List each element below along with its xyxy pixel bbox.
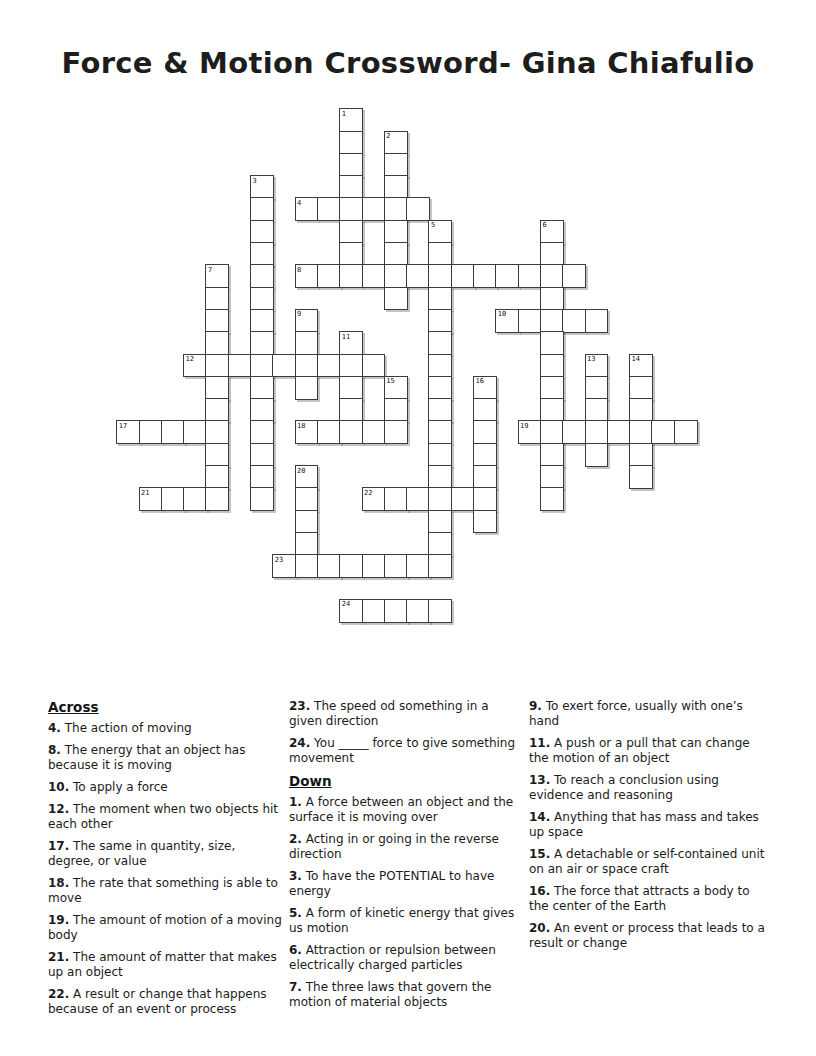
clue-item-number: 11. (529, 736, 550, 750)
grid-cell[interactable] (339, 554, 363, 578)
grid-cell[interactable] (384, 287, 408, 311)
clue-item-number: 10. (48, 780, 69, 794)
clue-item: 18. The rate that something is able to m… (48, 876, 282, 906)
cell-number: 13 (587, 355, 595, 363)
grid-cell[interactable] (540, 264, 564, 288)
grid-cell[interactable] (428, 510, 452, 534)
grid-cell[interactable] (473, 510, 497, 534)
grid-cell[interactable] (295, 354, 319, 378)
grid-cell[interactable] (228, 354, 252, 378)
grid-cell[interactable] (317, 197, 341, 221)
grid-cell[interactable]: 18 (295, 420, 319, 444)
clue-item: 12. The moment when two objects hit each… (48, 802, 282, 832)
grid-cell[interactable]: 15 (384, 376, 408, 400)
grid-cell[interactable] (250, 398, 274, 422)
clue-item-number: 5. (289, 906, 302, 920)
grid-cell[interactable] (562, 420, 586, 444)
grid-cell[interactable] (384, 175, 408, 199)
grid-cell[interactable]: 7 (205, 264, 229, 288)
grid-cell[interactable] (339, 242, 363, 266)
grid-cell[interactable] (384, 554, 408, 578)
grid-cell[interactable] (473, 420, 497, 444)
cell-number: 8 (297, 266, 301, 274)
clue-item-number: 4. (48, 721, 61, 735)
clue-item: 23. The speed od something in a given di… (289, 699, 523, 729)
grid-cell[interactable] (540, 242, 564, 266)
clue-item-number: 23. (289, 699, 310, 713)
grid-cell[interactable]: 3 (250, 175, 274, 199)
grid-cell[interactable] (651, 420, 675, 444)
clue-item-number: 8. (48, 743, 61, 757)
cell-number: 5 (431, 221, 435, 229)
grid-cell[interactable] (428, 554, 452, 578)
grid-cell[interactable] (562, 264, 586, 288)
grid-cell[interactable] (384, 220, 408, 244)
grid-cell[interactable] (384, 398, 408, 422)
grid-cell[interactable]: 16 (473, 376, 497, 400)
cell-number: 15 (386, 377, 394, 385)
grid-cell[interactable] (428, 354, 452, 378)
clue-item-number: 17. (48, 839, 69, 853)
grid-cell[interactable] (250, 264, 274, 288)
grid-cell[interactable] (540, 487, 564, 511)
grid-cell[interactable]: 24 (339, 599, 363, 623)
grid-cell[interactable] (473, 398, 497, 422)
cell-number: 24 (342, 600, 350, 608)
grid-cell[interactable] (428, 443, 452, 467)
cell-number: 7 (208, 266, 212, 274)
grid-cell[interactable]: 11 (339, 331, 363, 355)
grid-cell[interactable] (339, 153, 363, 177)
grid-cell[interactable] (406, 197, 430, 221)
grid-cell[interactable] (451, 487, 475, 511)
clue-item-number: 3. (289, 869, 302, 883)
clue-item-number: 21. (48, 950, 69, 964)
grid-cell[interactable] (205, 287, 229, 311)
grid-cell[interactable] (362, 420, 386, 444)
clue-item: 4. The action of moving (48, 721, 282, 736)
grid-cell[interactable]: 2 (384, 131, 408, 155)
cell-number: 2 (386, 132, 390, 140)
clue-item-number: 14. (529, 810, 550, 824)
grid-cell[interactable] (406, 599, 430, 623)
grid-cell[interactable]: 10 (495, 309, 519, 333)
grid-cell[interactable] (339, 264, 363, 288)
grid-cell[interactable] (384, 420, 408, 444)
grid-cell[interactable]: 21 (139, 487, 163, 511)
grid-cell[interactable] (451, 264, 475, 288)
grid-cell[interactable] (295, 554, 319, 578)
grid-cell[interactable] (384, 197, 408, 221)
clues-column-down: 9. To exert force, usually with one’s ha… (529, 699, 773, 958)
grid-cell[interactable]: 9 (295, 309, 319, 333)
grid-cell[interactable] (428, 420, 452, 444)
clues-column-across: Across4. The action of moving8. The ener… (48, 699, 282, 1024)
grid-cell[interactable] (540, 465, 564, 489)
cell-number: 14 (632, 355, 640, 363)
clue-item: 8. The energy that an object has because… (48, 743, 282, 773)
grid-cell[interactable] (518, 309, 542, 333)
cell-number: 21 (141, 489, 149, 497)
grid-cell[interactable] (250, 242, 274, 266)
grid-cell[interactable] (161, 420, 185, 444)
grid-cell[interactable] (540, 376, 564, 400)
grid-cell[interactable] (629, 443, 653, 467)
grid-cell[interactable] (295, 510, 319, 534)
clue-item: 2. Acting in or going in the reverse dir… (289, 832, 523, 862)
grid-cell[interactable] (205, 465, 229, 489)
grid-cell[interactable] (428, 376, 452, 400)
grid-cell[interactable] (205, 398, 229, 422)
grid-cell[interactable] (205, 420, 229, 444)
grid-cell[interactable] (384, 153, 408, 177)
grid-cell[interactable] (384, 242, 408, 266)
grid-cell[interactable] (384, 487, 408, 511)
grid-cell[interactable] (362, 354, 386, 378)
grid-cell[interactable] (183, 487, 207, 511)
clue-item: 22. A result or change that happens beca… (48, 987, 282, 1017)
grid-cell[interactable] (428, 487, 452, 511)
grid-cell[interactable] (250, 443, 274, 467)
grid-cell[interactable] (205, 443, 229, 467)
clue-item: 15. A detachable or self-contained unit … (529, 847, 773, 877)
grid-cell[interactable] (317, 554, 341, 578)
grid-cell[interactable] (250, 465, 274, 489)
clue-item-number: 9. (529, 699, 542, 713)
clue-item: 19. The amount of motion of a moving bod… (48, 913, 282, 943)
grid-cell[interactable] (585, 420, 609, 444)
clue-item-number: 13. (529, 773, 550, 787)
clue-item: 20. An event or process that leads to a … (529, 921, 773, 951)
clue-item-number: 24. (289, 736, 310, 750)
cell-number: 10 (498, 310, 506, 318)
grid-cell[interactable] (339, 420, 363, 444)
clue-item: 5. A form of kinetic energy that gives u… (289, 906, 523, 936)
grid-cell[interactable] (540, 354, 564, 378)
grid-cell[interactable] (339, 354, 363, 378)
clue-item: 6. Attraction or repulsion between elect… (289, 943, 523, 973)
grid-cell[interactable] (250, 220, 274, 244)
grid-cell[interactable] (250, 376, 274, 400)
grid-cell[interactable] (607, 420, 631, 444)
grid-cell[interactable] (295, 487, 319, 511)
cell-number: 23 (275, 556, 283, 564)
cell-number: 4 (297, 199, 301, 207)
clue-item-number: 2. (289, 832, 302, 846)
clue-item-number: 18. (48, 876, 69, 890)
grid-cell[interactable] (585, 398, 609, 422)
grid-cell[interactable] (540, 331, 564, 355)
grid-cell[interactable] (674, 420, 698, 444)
cell-number: 1 (342, 110, 346, 118)
grid-cell[interactable] (250, 309, 274, 333)
grid-cell[interactable] (473, 465, 497, 489)
grid-cell[interactable] (362, 554, 386, 578)
grid-cell[interactable] (183, 420, 207, 444)
grid-cell[interactable] (339, 398, 363, 422)
grid-cell[interactable] (362, 264, 386, 288)
grid-cell[interactable] (629, 420, 653, 444)
grid-cell[interactable] (585, 309, 609, 333)
clue-item: 13. To reach a conclusion using evidence… (529, 773, 773, 803)
grid-cell[interactable] (428, 599, 452, 623)
clue-item-number: 20. (529, 921, 550, 935)
grid-cell[interactable] (250, 354, 274, 378)
grid-cell[interactable] (295, 331, 319, 355)
grid-cell[interactable] (139, 420, 163, 444)
grid-cell[interactable]: 5 (428, 220, 452, 244)
clue-item-number: 6. (289, 943, 302, 957)
grid-cell[interactable] (428, 398, 452, 422)
grid-cell[interactable] (428, 331, 452, 355)
grid-cell[interactable] (205, 354, 229, 378)
cell-number: 18 (297, 422, 305, 430)
clue-item-number: 7. (289, 980, 302, 994)
grid-cell[interactable] (384, 264, 408, 288)
grid-cell[interactable] (540, 309, 564, 333)
grid-cell[interactable]: 6 (540, 220, 564, 244)
grid-cell[interactable]: 19 (518, 420, 542, 444)
grid-cell[interactable] (629, 398, 653, 422)
grid-cell[interactable] (518, 264, 542, 288)
grid-cell[interactable] (428, 287, 452, 311)
grid-cell[interactable] (339, 220, 363, 244)
cell-number: 16 (476, 377, 484, 385)
grid-cell[interactable]: 8 (295, 264, 319, 288)
grid-cell[interactable] (272, 354, 296, 378)
grid-cell[interactable] (250, 487, 274, 511)
grid-cell[interactable] (317, 264, 341, 288)
grid-cell[interactable] (339, 197, 363, 221)
grid-cell[interactable] (339, 376, 363, 400)
grid-cell[interactable] (250, 331, 274, 355)
grid-cell[interactable] (295, 376, 319, 400)
grid-cell[interactable]: 13 (585, 354, 609, 378)
clue-item: 1. A force between an object and the sur… (289, 795, 523, 825)
grid-cell[interactable]: 17 (116, 420, 140, 444)
grid-cell[interactable] (250, 420, 274, 444)
clue-item: 16. The force that attracts a body to th… (529, 884, 773, 914)
grid-cell[interactable] (540, 443, 564, 467)
cell-number: 19 (520, 422, 528, 430)
grid-cell[interactable] (205, 309, 229, 333)
cell-number: 22 (364, 489, 372, 497)
grid-cell[interactable] (295, 532, 319, 556)
clue-item: 9. To exert force, usually with one’s ha… (529, 699, 773, 729)
cell-number: 9 (297, 310, 301, 318)
grid-cell[interactable] (317, 354, 341, 378)
clues-column-middle: 23. The speed od something in a given di… (289, 699, 523, 1017)
grid-cell[interactable] (428, 242, 452, 266)
grid-cell[interactable] (585, 376, 609, 400)
crossword-grid: 123456789101112131415161718192021222324 (0, 0, 816, 700)
grid-cell[interactable]: 20 (295, 465, 319, 489)
grid-cell[interactable] (362, 197, 386, 221)
grid-cell[interactable] (205, 487, 229, 511)
grid-cell[interactable] (540, 287, 564, 311)
grid-cell[interactable]: 22 (362, 487, 386, 511)
clue-item: 21. The amount of matter that makes up a… (48, 950, 282, 980)
clue-item: 3. To have the POTENTIAL to have energy (289, 869, 523, 899)
cell-number: 3 (253, 177, 257, 185)
clue-item-number: 15. (529, 847, 550, 861)
clue-item-number: 19. (48, 913, 69, 927)
grid-cell[interactable] (339, 131, 363, 155)
grid-cell[interactable] (428, 264, 452, 288)
grid-cell[interactable]: 12 (183, 354, 207, 378)
grid-cell[interactable] (473, 443, 497, 467)
grid-cell[interactable]: 4 (295, 197, 319, 221)
grid-cell[interactable] (205, 331, 229, 355)
grid-cell[interactable] (406, 264, 430, 288)
grid-cell[interactable] (250, 197, 274, 221)
grid-cell[interactable] (428, 532, 452, 556)
grid-cell[interactable] (629, 376, 653, 400)
grid-cell[interactable]: 14 (629, 354, 653, 378)
clue-item-number: 16. (529, 884, 550, 898)
crossword-worksheet: { "title": "Force & Motion Crossword- Gi… (0, 0, 816, 1056)
grid-cell[interactable] (406, 487, 430, 511)
grid-cell[interactable] (339, 175, 363, 199)
grid-cell[interactable] (473, 264, 497, 288)
down-header: Down (289, 773, 523, 789)
clue-item-number: 12. (48, 802, 69, 816)
grid-cell[interactable] (362, 599, 386, 623)
clue-item: 14. Anything that has mass and takes up … (529, 810, 773, 840)
clue-item: 7. The three laws that govern the motion… (289, 980, 523, 1010)
cell-number: 20 (297, 467, 305, 475)
cell-number: 12 (186, 355, 194, 363)
grid-cell[interactable] (428, 309, 452, 333)
clue-item: 17. The same in quantity, size, degree, … (48, 839, 282, 869)
grid-cell[interactable] (473, 487, 497, 511)
grid-cell[interactable] (540, 420, 564, 444)
grid-cell[interactable] (161, 487, 185, 511)
clue-item-number: 1. (289, 795, 302, 809)
grid-cell[interactable] (406, 554, 430, 578)
cell-number: 6 (542, 221, 546, 229)
grid-cell[interactable] (317, 420, 341, 444)
cell-number: 17 (119, 422, 127, 430)
clue-item: 10. To apply a force (48, 780, 282, 795)
grid-cell[interactable] (205, 376, 229, 400)
grid-cell[interactable]: 1 (339, 108, 363, 132)
grid-cell[interactable] (250, 287, 274, 311)
grid-cell[interactable] (629, 465, 653, 489)
grid-cell[interactable] (384, 599, 408, 623)
cell-number: 11 (342, 333, 350, 341)
grid-cell[interactable] (562, 309, 586, 333)
clue-item-number: 22. (48, 987, 69, 1001)
grid-cell[interactable] (540, 398, 564, 422)
clue-item: 24. You _____ force to give something mo… (289, 736, 523, 766)
grid-cell[interactable] (585, 443, 609, 467)
clue-item: 11. A push or a pull that can change the… (529, 736, 773, 766)
grid-cell[interactable] (495, 264, 519, 288)
grid-cell[interactable]: 23 (272, 554, 296, 578)
grid-cell[interactable] (428, 465, 452, 489)
across-header: Across (48, 699, 282, 715)
